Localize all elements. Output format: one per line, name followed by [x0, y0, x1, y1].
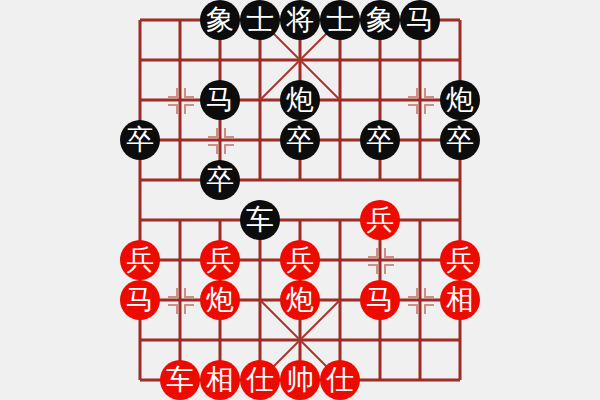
piece-black-cannon[interactable]: 炮 [440, 80, 480, 120]
piece-red-advisor[interactable]: 仕 [240, 360, 280, 400]
piece-red-pawn[interactable]: 兵 [360, 200, 400, 240]
piece-black-horse[interactable]: 马 [400, 0, 440, 40]
piece-black-advisor[interactable]: 士 [320, 0, 360, 40]
piece-red-pawn[interactable]: 兵 [200, 240, 240, 280]
piece-red-elephant[interactable]: 相 [440, 280, 480, 320]
piece-red-cannon[interactable]: 炮 [280, 280, 320, 320]
piece-red-cannon[interactable]: 炮 [200, 280, 240, 320]
board-grid [130, 10, 470, 390]
piece-black-general[interactable]: 将 [280, 0, 320, 40]
piece-black-pawn[interactable]: 卒 [120, 120, 160, 160]
piece-red-general[interactable]: 帅 [280, 360, 320, 400]
piece-red-horse[interactable]: 马 [360, 280, 400, 320]
piece-red-horse[interactable]: 马 [120, 280, 160, 320]
piece-black-elephant[interactable]: 象 [360, 0, 400, 40]
piece-black-pawn[interactable]: 卒 [440, 120, 480, 160]
piece-black-elephant[interactable]: 象 [200, 0, 240, 40]
piece-red-pawn[interactable]: 兵 [120, 240, 160, 280]
piece-red-pawn[interactable]: 兵 [280, 240, 320, 280]
piece-black-cannon[interactable]: 炮 [280, 80, 320, 120]
piece-red-pawn[interactable]: 兵 [440, 240, 480, 280]
piece-black-chariot[interactable]: 车 [240, 200, 280, 240]
piece-black-pawn[interactable]: 卒 [280, 120, 320, 160]
piece-red-chariot[interactable]: 车 [160, 360, 200, 400]
piece-red-advisor[interactable]: 仕 [320, 360, 360, 400]
piece-black-pawn[interactable]: 卒 [360, 120, 400, 160]
piece-black-pawn[interactable]: 卒 [200, 160, 240, 200]
piece-red-elephant[interactable]: 相 [200, 360, 240, 400]
piece-black-advisor[interactable]: 士 [240, 0, 280, 40]
xiangqi-board: 象士将士象马马炮炮卒卒卒卒卒车兵兵兵兵兵马炮炮马相车相仕帅仕 [0, 0, 600, 400]
piece-black-horse[interactable]: 马 [200, 80, 240, 120]
